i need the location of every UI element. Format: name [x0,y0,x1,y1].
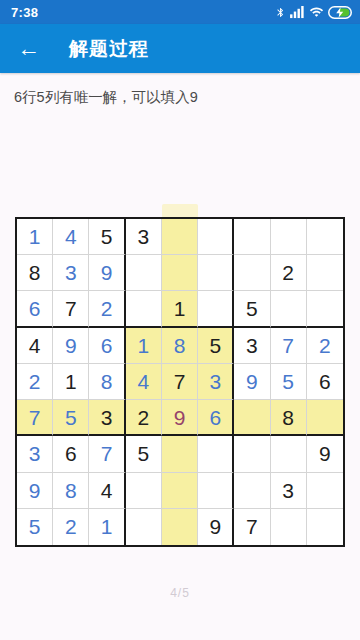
cell-r5c1: 2 [17,364,53,400]
cell-r3c1: 6 [17,291,53,327]
cell-r3c3: 2 [89,291,125,327]
cell-r3c9 [307,291,343,327]
bluetooth-icon [275,6,286,19]
cell-r6c8: 8 [271,400,307,436]
cell-r4c7: 3 [234,328,270,364]
cell-r2c3: 9 [89,255,125,291]
cell-r2c7 [234,255,270,291]
cell-r1c2: 4 [53,219,89,255]
status-bar: 7:38 [0,0,360,24]
cell-r9c9 [307,509,343,545]
column-highlight-glow [162,204,198,218]
cell-r8c4 [126,473,162,509]
cell-r8c8: 3 [271,473,307,509]
cell-r5c9: 6 [307,364,343,400]
status-icons [275,6,352,19]
cell-r3c6 [198,291,234,327]
cell-r7c7 [234,436,270,472]
cell-r8c1: 9 [17,473,53,509]
status-time: 7:38 [11,5,38,20]
cell-r1c1: 1 [17,219,53,255]
screen: 7:38 [0,0,360,640]
cell-r5c3: 8 [89,364,125,400]
cell-r8c3: 4 [89,473,125,509]
cell-r2c4 [126,255,162,291]
cell-r1c7 [234,219,270,255]
cell-r7c3: 7 [89,436,125,472]
cell-r3c4 [126,291,162,327]
cell-r7c5 [162,436,198,472]
cell-r2c6 [198,255,234,291]
cell-r9c2: 2 [53,509,89,545]
cell-r1c3: 5 [89,219,125,255]
cell-r8c7 [234,473,270,509]
cell-r4c2: 9 [53,328,89,364]
cell-r6c3: 3 [89,400,125,436]
cell-r4c5: 8 [162,328,198,364]
cell-r7c6 [198,436,234,472]
cell-r9c6: 9 [198,509,234,545]
cell-r7c9: 9 [307,436,343,472]
cell-r7c1: 3 [17,436,53,472]
cell-r4c8: 7 [271,328,307,364]
cell-r9c5 [162,509,198,545]
cell-r6c9 [307,400,343,436]
cell-r3c2: 7 [53,291,89,327]
cell-r1c6 [198,219,234,255]
cell-r9c8 [271,509,307,545]
cell-r4c6: 5 [198,328,234,364]
cell-r7c2: 6 [53,436,89,472]
cell-r6c4: 2 [126,400,162,436]
cell-r4c4: 1 [126,328,162,364]
cell-r5c7: 9 [234,364,270,400]
page-title: 解题过程 [69,36,149,62]
cell-r7c8 [271,436,307,472]
cell-r3c5: 1 [162,291,198,327]
wifi-icon [309,6,324,18]
cell-r1c9 [307,219,343,255]
cell-r6c5: 9 [162,400,198,436]
cell-r6c2: 5 [53,400,89,436]
cell-r1c4: 3 [126,219,162,255]
cell-r2c2: 3 [53,255,89,291]
cell-r4c9: 2 [307,328,343,364]
cell-r4c3: 6 [89,328,125,364]
battery-charging-icon [328,6,352,19]
cell-r9c4 [126,509,162,545]
cell-r6c7 [234,400,270,436]
app-bar: ← 解题过程 [0,24,360,73]
cell-r8c6 [198,473,234,509]
cell-r5c5: 7 [162,364,198,400]
cell-r3c8 [271,291,307,327]
cell-r2c5 [162,255,198,291]
cell-r9c3: 1 [89,509,125,545]
cell-r5c4: 4 [126,364,162,400]
cell-r8c2: 8 [53,473,89,509]
cell-r5c6: 3 [198,364,234,400]
cell-r9c7: 7 [234,509,270,545]
cell-r6c1: 7 [17,400,53,436]
cell-r5c8: 5 [271,364,307,400]
cell-r6c6: 6 [198,400,234,436]
cell-r1c5 [162,219,198,255]
sudoku-grid: 1453839267215496185372218473956753296836… [15,217,345,547]
cell-r1c8 [271,219,307,255]
back-arrow-icon[interactable]: ← [17,37,43,60]
cell-r8c5 [162,473,198,509]
signal-icon [290,6,305,19]
hint-text: 6行5列有唯一解，可以填入9 [14,88,350,107]
cell-r2c9 [307,255,343,291]
cell-r2c1: 8 [17,255,53,291]
cell-r5c2: 1 [53,364,89,400]
cell-r9c1: 5 [17,509,53,545]
cell-r2c8: 2 [271,255,307,291]
cell-r3c7: 5 [234,291,270,327]
step-pagination: 4/5 [0,586,360,600]
cell-r8c9 [307,473,343,509]
cell-r4c1: 4 [17,328,53,364]
cell-r7c4: 5 [126,436,162,472]
